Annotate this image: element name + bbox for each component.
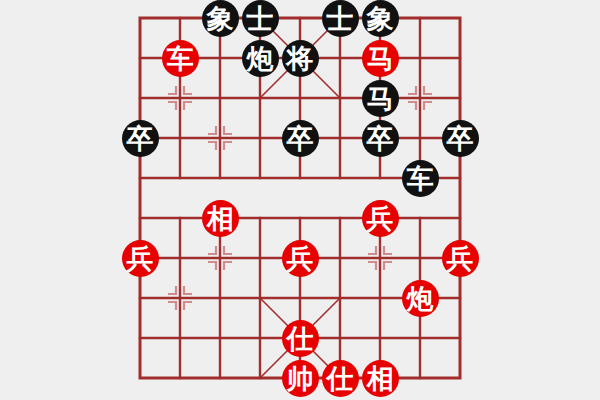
piece-red-pawn[interactable]: 兵 <box>362 200 399 237</box>
piece-red-general[interactable]: 帅 <box>282 360 319 397</box>
piece-black-horse[interactable]: 马 <box>362 80 399 117</box>
piece-black-elephant[interactable]: 象 <box>202 0 239 37</box>
piece-red-advisor[interactable]: 仕 <box>322 360 359 397</box>
piece-black-elephant[interactable]: 象 <box>362 0 399 37</box>
piece-red-pawn[interactable]: 兵 <box>122 240 159 277</box>
piece-black-advisor[interactable]: 士 <box>242 0 279 37</box>
piece-black-chariot[interactable]: 车 <box>402 160 439 197</box>
piece-red-elephant[interactable]: 相 <box>202 200 239 237</box>
piece-red-chariot[interactable]: 车 <box>162 40 199 77</box>
piece-red-pawn[interactable]: 兵 <box>282 240 319 277</box>
piece-red-horse[interactable]: 马 <box>362 40 399 77</box>
piece-black-pawn[interactable]: 卒 <box>442 120 479 157</box>
piece-black-pawn[interactable]: 卒 <box>362 120 399 157</box>
piece-red-cannon[interactable]: 炮 <box>402 280 439 317</box>
piece-red-elephant[interactable]: 相 <box>362 360 399 397</box>
piece-black-pawn[interactable]: 卒 <box>282 120 319 157</box>
xiangqi-app-screen: 象士士象车炮将马马卒卒卒卒车相兵兵兵兵炮仕帅仕相 <box>0 0 600 400</box>
piece-black-cannon[interactable]: 炮 <box>242 40 279 77</box>
piece-black-pawn[interactable]: 卒 <box>122 120 159 157</box>
piece-black-general[interactable]: 将 <box>282 40 319 77</box>
piece-black-advisor[interactable]: 士 <box>322 0 359 37</box>
pieces-grid: 象士士象车炮将马马卒卒卒卒车相兵兵兵兵炮仕帅仕相 <box>120 0 480 398</box>
piece-red-advisor[interactable]: 仕 <box>282 320 319 357</box>
piece-red-pawn[interactable]: 兵 <box>442 240 479 277</box>
